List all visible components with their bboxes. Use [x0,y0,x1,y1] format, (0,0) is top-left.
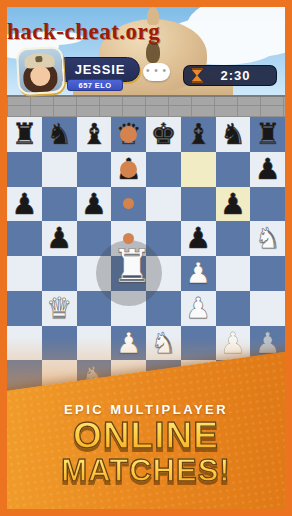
square-f7[interactable] [181,152,216,187]
banner-headline-line2: MATCHES! [7,453,285,489]
piece-black-knight: ♞ [42,117,77,152]
piece-black-rook: ♜ [7,117,42,152]
piece-black-pawn: ♟ [181,221,216,256]
square-g7[interactable] [216,152,251,187]
legal-move-dot[interactable] [123,198,134,209]
square-h7[interactable]: ♟ [250,152,285,187]
square-f6[interactable] [181,187,216,222]
square-f5[interactable]: ♟ [181,221,216,256]
square-b5[interactable]: ♟ [42,221,77,256]
piece-black-pawn: ♟ [77,187,112,222]
square-e8[interactable]: ♚ [146,117,181,152]
chat-typing-dots-icon: • • • [146,66,167,76]
square-b7[interactable] [42,152,77,187]
screenshot-content: hack-cheat.org JESSIE 657 ELO • • • 2:30… [7,7,285,509]
square-e6[interactable] [146,187,181,222]
piece-black-pawn: ♟ [216,187,251,222]
square-d7[interactable]: ♟ [111,152,146,187]
square-h6[interactable] [250,187,285,222]
piece-black-king: ♚ [146,117,181,152]
piece-black-rook: ♜ [250,117,285,152]
piece-black-knight: ♞ [216,117,251,152]
piece-black-bishop: ♝ [77,117,112,152]
square-f3[interactable]: ♟ [181,291,216,326]
square-g8[interactable]: ♞ [216,117,251,152]
stone-wall-divider [7,95,285,117]
player-avatar[interactable] [16,46,65,95]
capture-marker-dot[interactable] [120,126,137,143]
app-frame: hack-cheat.org JESSIE 657 ELO • • • 2:30… [0,0,292,516]
square-a3[interactable] [7,291,42,326]
capture-marker-dot[interactable] [120,161,137,178]
square-a6[interactable]: ♟ [7,187,42,222]
piece-black-bishop: ♝ [181,117,216,152]
hourglass-icon [192,68,203,83]
square-g3[interactable] [216,291,251,326]
square-c6[interactable]: ♟ [77,187,112,222]
square-f8[interactable]: ♝ [181,117,216,152]
piece-black-pawn: ♟ [7,187,42,222]
player-elo-ribbon: 657 ELO [67,79,123,91]
piece-black-pawn: ♟ [250,152,285,187]
piece-white-queen: ♛ [42,291,77,326]
square-g4[interactable] [216,256,251,291]
square-h5[interactable]: ♞ [250,221,285,256]
square-b6[interactable] [42,187,77,222]
piece-black-pawn: ♟ [42,221,77,256]
game-timer: 2:30 [183,65,277,86]
square-g5[interactable] [216,221,251,256]
square-h4[interactable] [250,256,285,291]
selected-piece-highlight-circle [96,240,162,306]
square-h3[interactable] [250,291,285,326]
square-b4[interactable] [42,256,77,291]
square-h8[interactable]: ♜ [250,117,285,152]
square-f4[interactable]: ♟ [181,256,216,291]
square-a5[interactable] [7,221,42,256]
player-name: JESSIE [75,62,125,77]
avatar-cap-logo [35,56,42,62]
square-a7[interactable] [7,152,42,187]
piece-white-pawn: ♟ [181,291,216,326]
piece-white-pawn: ♟ [181,256,216,291]
square-a8[interactable]: ♜ [7,117,42,152]
square-c7[interactable] [77,152,112,187]
square-e7[interactable] [146,152,181,187]
banner-headline-line1: ONLINE [7,415,285,457]
square-b3[interactable]: ♛ [42,291,77,326]
square-g6[interactable]: ♟ [216,187,251,222]
timer-value: 2:30 [203,68,268,83]
chat-bubble-button[interactable]: • • • [143,63,170,81]
watermark-text: hack-cheat.org [7,19,160,45]
square-a4[interactable] [7,256,42,291]
square-d8[interactable]: ♛ [111,117,146,152]
square-d6[interactable] [111,187,146,222]
square-b8[interactable]: ♞ [42,117,77,152]
player-elo: 657 ELO [79,81,112,90]
square-c8[interactable]: ♝ [77,117,112,152]
piece-white-knight: ♞ [250,221,285,256]
